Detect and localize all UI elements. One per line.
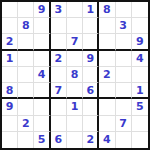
cell-r1c6[interactable]: 1 xyxy=(83,2,99,18)
cell-r7c5[interactable]: 1 xyxy=(67,99,83,115)
given-digit: 8 xyxy=(71,69,79,80)
cell-r5c6[interactable] xyxy=(83,67,99,83)
cell-r3c3[interactable] xyxy=(34,34,50,50)
cell-r3c1[interactable]: 2 xyxy=(2,34,18,50)
cell-r7c2[interactable] xyxy=(18,99,34,115)
given-digit: 1 xyxy=(86,4,94,15)
cell-r7c3[interactable] xyxy=(34,99,50,115)
cell-r6c6[interactable]: 6 xyxy=(83,83,99,99)
given-digit: 2 xyxy=(6,36,14,47)
cell-r2c3[interactable] xyxy=(34,18,50,34)
cell-r4c5[interactable] xyxy=(67,51,83,67)
given-digit: 8 xyxy=(6,85,14,96)
given-digit: 2 xyxy=(54,53,62,64)
cell-r3c8[interactable] xyxy=(116,34,132,50)
given-digit: 1 xyxy=(71,101,79,112)
cell-r9c3[interactable]: 5 xyxy=(34,132,50,148)
cell-r9c9[interactable] xyxy=(132,132,148,148)
given-digit: 9 xyxy=(136,36,144,47)
cell-r9c6[interactable]: 2 xyxy=(83,132,99,148)
given-digit: 2 xyxy=(86,134,94,145)
cell-r2c4[interactable] xyxy=(51,18,67,34)
cell-r2c2[interactable]: 8 xyxy=(18,18,34,34)
sudoku-board: 93188327912944828761915275624 xyxy=(0,0,150,150)
cell-r1c9[interactable] xyxy=(132,2,148,18)
cell-r7c1[interactable]: 9 xyxy=(2,99,18,115)
given-digit: 2 xyxy=(22,118,30,129)
cell-r9c8[interactable] xyxy=(116,132,132,148)
cell-r6c7[interactable] xyxy=(99,83,115,99)
cell-r9c7[interactable]: 4 xyxy=(99,132,115,148)
given-digit: 4 xyxy=(136,53,144,64)
cell-r4c1[interactable]: 1 xyxy=(2,51,18,67)
cell-r9c1[interactable] xyxy=(2,132,18,148)
cell-r3c6[interactable] xyxy=(83,34,99,50)
cell-r4c2[interactable] xyxy=(18,51,34,67)
cell-r4c8[interactable] xyxy=(116,51,132,67)
cell-r5c3[interactable]: 4 xyxy=(34,67,50,83)
cell-r2c1[interactable] xyxy=(2,18,18,34)
cell-r1c5[interactable] xyxy=(67,2,83,18)
cell-r7c6[interactable] xyxy=(83,99,99,115)
given-digit: 5 xyxy=(136,101,144,112)
cell-r1c3[interactable]: 9 xyxy=(34,2,50,18)
cell-r6c3[interactable] xyxy=(34,83,50,99)
given-digit: 1 xyxy=(136,85,144,96)
cell-r2c7[interactable] xyxy=(99,18,115,34)
given-digit: 3 xyxy=(119,20,127,31)
cell-r1c1[interactable] xyxy=(2,2,18,18)
cell-r8c3[interactable] xyxy=(34,116,50,132)
cell-r3c4[interactable] xyxy=(51,34,67,50)
cell-r2c9[interactable] xyxy=(132,18,148,34)
cell-r6c9[interactable]: 1 xyxy=(132,83,148,99)
given-digit: 1 xyxy=(6,53,14,64)
given-digit: 7 xyxy=(54,85,62,96)
cell-r5c5[interactable]: 8 xyxy=(67,67,83,83)
cell-r9c5[interactable] xyxy=(67,132,83,148)
cell-r4c3[interactable] xyxy=(34,51,50,67)
given-digit: 6 xyxy=(86,85,94,96)
cell-r2c8[interactable]: 3 xyxy=(116,18,132,34)
given-digit: 6 xyxy=(54,134,62,145)
given-digit: 9 xyxy=(38,4,46,15)
cell-r7c8[interactable] xyxy=(116,99,132,115)
cell-r3c2[interactable] xyxy=(18,34,34,50)
cell-r3c5[interactable]: 7 xyxy=(67,34,83,50)
cell-r1c4[interactable]: 3 xyxy=(51,2,67,18)
cell-r5c8[interactable] xyxy=(116,67,132,83)
given-digit: 4 xyxy=(38,69,46,80)
given-digit: 8 xyxy=(103,4,111,15)
cell-r1c2[interactable] xyxy=(18,2,34,18)
cell-r7c7[interactable] xyxy=(99,99,115,115)
given-digit: 2 xyxy=(103,69,111,80)
cell-r6c2[interactable] xyxy=(18,83,34,99)
cell-r8c4[interactable] xyxy=(51,116,67,132)
cell-r3c7[interactable] xyxy=(99,34,115,50)
cell-r6c8[interactable] xyxy=(116,83,132,99)
cell-r5c9[interactable] xyxy=(132,67,148,83)
cell-r5c1[interactable] xyxy=(2,67,18,83)
cell-r4c7[interactable] xyxy=(99,51,115,67)
cell-r8c2[interactable]: 2 xyxy=(18,116,34,132)
given-digit: 9 xyxy=(6,101,14,112)
cell-r1c8[interactable] xyxy=(116,2,132,18)
cell-r7c9[interactable]: 5 xyxy=(132,99,148,115)
cell-r2c6[interactable] xyxy=(83,18,99,34)
cell-r4c6[interactable]: 9 xyxy=(83,51,99,67)
cell-r5c4[interactable] xyxy=(51,67,67,83)
cell-r8c1[interactable] xyxy=(2,116,18,132)
cell-r6c5[interactable] xyxy=(67,83,83,99)
given-digit: 8 xyxy=(22,20,30,31)
given-digit: 5 xyxy=(38,134,46,145)
cell-r8c8[interactable]: 7 xyxy=(116,116,132,132)
given-digit: 7 xyxy=(119,118,127,129)
given-digit: 7 xyxy=(71,36,79,47)
cell-r7c4[interactable] xyxy=(51,99,67,115)
given-digit: 9 xyxy=(86,53,94,64)
cell-r3c9[interactable]: 9 xyxy=(132,34,148,50)
cell-r8c5[interactable] xyxy=(67,116,83,132)
given-digit: 4 xyxy=(103,134,111,145)
cell-r8c6[interactable] xyxy=(83,116,99,132)
cell-r1c7[interactable]: 8 xyxy=(99,2,115,18)
cell-r6c1[interactable]: 8 xyxy=(2,83,18,99)
cell-r5c7[interactable]: 2 xyxy=(99,67,115,83)
cell-r9c4[interactable]: 6 xyxy=(51,132,67,148)
cell-r4c9[interactable]: 4 xyxy=(132,51,148,67)
cell-r9c2[interactable] xyxy=(18,132,34,148)
given-digit: 3 xyxy=(54,4,62,15)
cell-r8c7[interactable] xyxy=(99,116,115,132)
cell-r8c9[interactable] xyxy=(132,116,148,132)
cell-r5c2[interactable] xyxy=(18,67,34,83)
cell-r6c4[interactable]: 7 xyxy=(51,83,67,99)
cell-r2c5[interactable] xyxy=(67,18,83,34)
cell-r4c4[interactable]: 2 xyxy=(51,51,67,67)
